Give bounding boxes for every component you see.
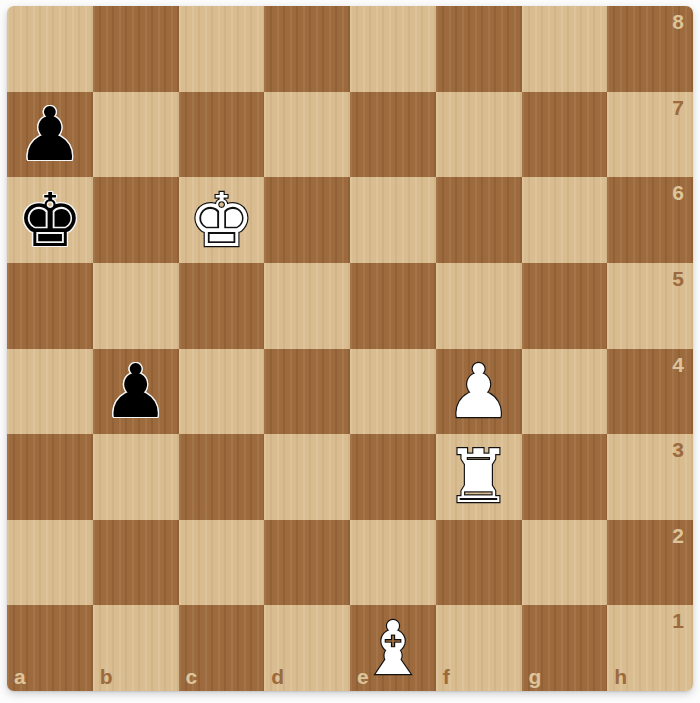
file-label-f: f (443, 666, 450, 687)
square-b4[interactable]: ♟ (93, 349, 179, 435)
square-e8[interactable] (350, 6, 436, 92)
square-b5[interactable] (93, 263, 179, 349)
square-b8[interactable] (93, 6, 179, 92)
rank-label-4: 4 (672, 354, 684, 375)
white-rook-f3[interactable]: ♜ (445, 434, 511, 519)
square-g1[interactable]: g (522, 605, 608, 691)
square-e1[interactable]: e♝ (350, 605, 436, 691)
file-label-b: b (100, 666, 113, 687)
square-a1[interactable]: a (7, 605, 93, 691)
square-a2[interactable] (7, 520, 93, 606)
square-d8[interactable] (264, 6, 350, 92)
square-h7[interactable]: 7 (607, 92, 693, 178)
square-e3[interactable] (350, 434, 436, 520)
square-h3[interactable]: 3 (607, 434, 693, 520)
square-d2[interactable] (264, 520, 350, 606)
square-b1[interactable]: b (93, 605, 179, 691)
square-d7[interactable] (264, 92, 350, 178)
rank-label-2: 2 (672, 525, 684, 546)
square-g3[interactable] (522, 434, 608, 520)
square-f2[interactable] (436, 520, 522, 606)
square-g6[interactable] (522, 177, 608, 263)
rank-label-7: 7 (672, 97, 684, 118)
square-f7[interactable] (436, 92, 522, 178)
white-bishop-e1[interactable]: ♝ (360, 606, 426, 691)
black-pawn-a7[interactable]: ♟ (17, 92, 83, 177)
square-c5[interactable] (179, 263, 265, 349)
square-f3[interactable]: ♜ (436, 434, 522, 520)
file-label-d: d (271, 666, 284, 687)
file-label-h: h (614, 666, 627, 687)
rank-label-3: 3 (672, 439, 684, 460)
square-c1[interactable]: c (179, 605, 265, 691)
rank-label-1: 1 (672, 610, 684, 631)
file-label-c: c (186, 666, 198, 687)
square-b7[interactable] (93, 92, 179, 178)
square-c3[interactable] (179, 434, 265, 520)
square-g5[interactable] (522, 263, 608, 349)
square-a5[interactable] (7, 263, 93, 349)
square-a7[interactable]: ♟ (7, 92, 93, 178)
square-c4[interactable] (179, 349, 265, 435)
chess-board: 8♟7♚♚65♟♟4♜32abcde♝fg1h (7, 6, 693, 691)
square-d6[interactable] (264, 177, 350, 263)
square-c6[interactable]: ♚ (179, 177, 265, 263)
square-e2[interactable] (350, 520, 436, 606)
square-d4[interactable] (264, 349, 350, 435)
square-g4[interactable] (522, 349, 608, 435)
square-a3[interactable] (7, 434, 93, 520)
rank-label-8: 8 (672, 11, 684, 32)
page: 8♟7♚♚65♟♟4♜32abcde♝fg1h (0, 0, 700, 703)
square-h6[interactable]: 6 (607, 177, 693, 263)
square-h4[interactable]: 4 (607, 349, 693, 435)
square-f6[interactable] (436, 177, 522, 263)
square-d5[interactable] (264, 263, 350, 349)
rank-label-6: 6 (672, 182, 684, 203)
square-a4[interactable] (7, 349, 93, 435)
white-pawn-f4[interactable]: ♟ (445, 349, 511, 434)
square-a8[interactable] (7, 6, 93, 92)
square-d3[interactable] (264, 434, 350, 520)
square-f8[interactable] (436, 6, 522, 92)
rank-label-5: 5 (672, 268, 684, 289)
square-e5[interactable] (350, 263, 436, 349)
file-label-a: a (14, 666, 26, 687)
file-label-g: g (529, 666, 542, 687)
square-f4[interactable]: ♟ (436, 349, 522, 435)
square-b6[interactable] (93, 177, 179, 263)
square-f1[interactable]: f (436, 605, 522, 691)
square-a6[interactable]: ♚ (7, 177, 93, 263)
square-g7[interactable] (522, 92, 608, 178)
square-h1[interactable]: 1h (607, 605, 693, 691)
square-h8[interactable]: 8 (607, 6, 693, 92)
square-g8[interactable] (522, 6, 608, 92)
square-e7[interactable] (350, 92, 436, 178)
square-b2[interactable] (93, 520, 179, 606)
black-pawn-b4[interactable]: ♟ (102, 349, 168, 434)
square-h2[interactable]: 2 (607, 520, 693, 606)
square-d1[interactable]: d (264, 605, 350, 691)
white-king-c6[interactable]: ♚ (188, 178, 254, 263)
square-f5[interactable] (436, 263, 522, 349)
square-c2[interactable] (179, 520, 265, 606)
square-c8[interactable] (179, 6, 265, 92)
square-e6[interactable] (350, 177, 436, 263)
black-king-a6[interactable]: ♚ (17, 178, 83, 263)
square-e4[interactable] (350, 349, 436, 435)
square-c7[interactable] (179, 92, 265, 178)
square-g2[interactable] (522, 520, 608, 606)
square-h5[interactable]: 5 (607, 263, 693, 349)
square-b3[interactable] (93, 434, 179, 520)
